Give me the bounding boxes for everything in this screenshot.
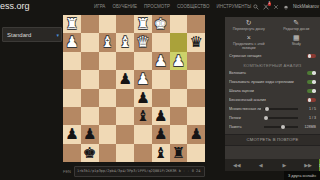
square-c8[interactable]: ♝ xyxy=(152,144,170,162)
square-d2[interactable]: ♛ xyxy=(134,33,152,51)
piece-bP-e4: ♟ xyxy=(116,70,134,88)
infinite-analysis-row: Бесконечный анализ xyxy=(225,96,320,105)
square-a6[interactable] xyxy=(187,107,205,125)
piece-wP-c3: ♟ xyxy=(152,52,170,70)
flip-board-icon: ↻ xyxy=(226,19,272,27)
square-b2[interactable] xyxy=(170,33,188,51)
continue-icon: × xyxy=(226,34,272,42)
first-move-button[interactable]: ◀◀ xyxy=(225,159,249,171)
piece-bB-c8: ♝ xyxy=(152,144,170,162)
square-f8[interactable] xyxy=(99,144,117,162)
menu-item-learn[interactable]: ОБУЧЕНИЕ xyxy=(112,4,137,9)
enable-analysis-row: Включить xyxy=(225,69,320,78)
piece-wR-h1: ♜ xyxy=(63,15,81,33)
flip-board-button[interactable]: ↻ Перевернуть доску xyxy=(225,17,273,32)
square-a1[interactable] xyxy=(187,15,205,33)
piece-bP-c6: ♟ xyxy=(152,107,170,125)
multiple-lines-row: Множественные линии 1 / 5 xyxy=(225,105,320,114)
square-e3[interactable] xyxy=(116,52,134,70)
square-b4[interactable] xyxy=(170,70,188,88)
square-c2[interactable] xyxy=(152,33,170,51)
square-a4[interactable] xyxy=(187,70,205,88)
square-d3[interactable] xyxy=(134,52,152,70)
best-move-arrows-toggle[interactable] xyxy=(307,80,316,85)
square-c1[interactable]: ♚ xyxy=(152,15,170,33)
piece-bP-a7: ♟ xyxy=(187,125,205,143)
bell-icon[interactable] xyxy=(283,4,289,10)
piece-wB-e2: ♝ xyxy=(116,33,134,51)
study-icon: ▦ xyxy=(274,34,320,42)
square-f5[interactable] xyxy=(99,89,117,107)
square-h8[interactable] xyxy=(63,144,81,162)
square-d1[interactable]: ♜ xyxy=(134,15,152,33)
square-f3[interactable] xyxy=(99,52,117,70)
square-e8[interactable] xyxy=(116,144,134,162)
piece-wP-b3: ♟ xyxy=(170,52,188,70)
computer-analysis-header: КОМПЬЮТЕРНЫЙ АНАЛИЗ xyxy=(225,63,320,68)
square-f7[interactable] xyxy=(99,125,117,143)
threads-slider[interactable] xyxy=(264,117,298,119)
square-g6[interactable] xyxy=(81,107,99,125)
study-button[interactable]: ▦ Study xyxy=(273,32,320,51)
square-b6[interactable] xyxy=(170,107,188,125)
square-e6[interactable] xyxy=(116,107,134,125)
square-c7[interactable]: ♟ xyxy=(152,125,170,143)
square-h7[interactable]: ♟ xyxy=(63,125,81,143)
piece-bP-h7: ♟ xyxy=(63,125,81,143)
board-editor-button[interactable]: ✎ Редактор доски xyxy=(273,17,320,32)
piece-wK-c1: ♚ xyxy=(152,15,170,33)
square-g5[interactable] xyxy=(81,89,99,107)
square-h5[interactable] xyxy=(63,89,81,107)
piece-wB-f2: ♝ xyxy=(99,33,117,51)
best-move-arrows-row: Показывать лучшие ходы стрелками xyxy=(225,78,320,87)
menu-item-community[interactable]: СООБЩЕСТВО xyxy=(177,4,210,9)
square-c3[interactable]: ♟ xyxy=(152,52,170,70)
square-g3[interactable] xyxy=(81,52,99,70)
eval-gauge-toggle[interactable] xyxy=(307,89,316,94)
square-d7[interactable] xyxy=(134,125,152,143)
panel-button-row-1: ↻ Перевернуть доску ✎ Редактор доски xyxy=(225,17,320,32)
username[interactable]: NickMakarov xyxy=(293,4,319,9)
square-h4[interactable] xyxy=(63,70,81,88)
square-a5[interactable] xyxy=(187,89,205,107)
square-c6[interactable]: ♟ xyxy=(152,107,170,125)
playback-bar: ◀◀ ◀ ▶ ▶▶ ≡ xyxy=(225,159,320,171)
memory-slider[interactable] xyxy=(264,126,298,128)
square-h3[interactable] xyxy=(63,52,81,70)
board-editor-icon: ✎ xyxy=(274,19,320,27)
last-move-button[interactable]: ▶▶ xyxy=(296,159,320,171)
square-g2[interactable] xyxy=(81,33,99,51)
next-move-button[interactable]: ▶ xyxy=(273,159,297,171)
fen-input[interactable]: 1rb3k1/p1p3pp/2pb4/3p4/3Pp3/1PP5/q2QBB1P… xyxy=(74,166,205,177)
top-navbar: ess.org ИГРА ОБУЧЕНИЕ ПРОСМОТР СООБЩЕСТВ… xyxy=(0,0,320,13)
piece-wQ-d2: ♛ xyxy=(134,33,152,51)
square-a8[interactable] xyxy=(187,144,205,162)
piece-bP-c7: ♟ xyxy=(152,125,170,143)
square-d5[interactable]: ♟ xyxy=(134,89,152,107)
variant-select[interactable]: Standard ▾ xyxy=(2,27,62,42)
square-e5[interactable] xyxy=(116,89,134,107)
square-a3[interactable] xyxy=(187,52,205,70)
piece-wR-d1: ♜ xyxy=(134,15,152,33)
analysis-tools-panel: ↻ Перевернуть доску ✎ Редактор доски × П… xyxy=(225,17,320,159)
square-b5[interactable] xyxy=(170,89,188,107)
variant-label: Standard xyxy=(7,32,56,38)
continue-from-here-button[interactable]: × Продолжить с этой позиции xyxy=(225,32,273,51)
square-h1[interactable]: ♜ xyxy=(63,15,81,33)
piece-wP-h2: ♟ xyxy=(63,33,81,51)
inline-notation-toggle[interactable] xyxy=(307,54,316,59)
square-c4[interactable] xyxy=(152,70,170,88)
square-e7[interactable] xyxy=(116,125,134,143)
memory-row: Память 128MB xyxy=(225,123,320,132)
square-g8[interactable]: ♚ xyxy=(81,144,99,162)
square-a7[interactable]: ♟ xyxy=(187,125,205,143)
challenge-badge: 1 xyxy=(268,2,271,6)
chevron-down-icon: ▾ xyxy=(56,32,59,38)
square-e1[interactable] xyxy=(116,15,134,33)
menu-item-watch[interactable]: ПРОСМОТР xyxy=(144,4,170,9)
square-f4[interactable] xyxy=(99,70,117,88)
prev-move-button[interactable]: ◀ xyxy=(249,159,273,171)
fen-bar: FEN 1rb3k1/p1p3pp/2pb4/3p4/3Pp3/1PP5/q2Q… xyxy=(63,165,205,177)
main-menu: ИГРА ОБУЧЕНИЕ ПРОСМОТР СООБЩЕСТВО ИНСТРУ… xyxy=(94,0,251,13)
square-e2[interactable]: ♝ xyxy=(116,33,134,51)
square-a2[interactable]: ♛ xyxy=(187,33,205,51)
piece-bQ-a2: ♛ xyxy=(187,33,205,51)
eval-gauge-row: Шкала оценки xyxy=(225,87,320,96)
enable-analysis-toggle[interactable] xyxy=(307,71,316,76)
challenges-icon[interactable]: 1 xyxy=(263,4,269,10)
square-f1[interactable] xyxy=(99,15,117,33)
square-b8[interactable]: ♜ xyxy=(170,144,188,162)
menu-item-tools[interactable]: ИНСТРУМЕНТЫ xyxy=(216,4,251,9)
fen-label: FEN xyxy=(63,169,71,174)
square-g1[interactable] xyxy=(81,15,99,33)
square-d6[interactable]: ♝ xyxy=(134,107,152,125)
square-c5[interactable] xyxy=(152,89,170,107)
piece-bR-b8: ♜ xyxy=(170,144,188,162)
threads-row: Потоки 1 / 3 xyxy=(225,114,320,123)
piece-wP-d4: ♟ xyxy=(134,70,152,88)
square-g7[interactable]: ♟ xyxy=(81,125,99,143)
piece-bP-d5: ♟ xyxy=(134,89,152,107)
search-icon[interactable] xyxy=(253,4,259,10)
square-e4[interactable]: ♟ xyxy=(116,70,134,88)
multiple-lines-slider[interactable] xyxy=(264,108,298,110)
square-h6[interactable] xyxy=(63,107,81,125)
navbar-right: 1 NickMakarov xyxy=(253,0,319,13)
inline-notation-row: Строчная нотация xyxy=(225,52,320,61)
square-h2[interactable]: ♟ xyxy=(63,33,81,51)
square-g4[interactable] xyxy=(81,70,99,88)
piece-bB-d6: ♝ xyxy=(134,107,152,125)
menu-item-play[interactable]: ИГРА xyxy=(94,4,105,9)
square-f6[interactable] xyxy=(99,107,117,125)
square-b7[interactable] xyxy=(170,125,188,143)
replay-mode-button[interactable]: СМОТРЕТЬ В ПОВТОРЕ xyxy=(225,134,320,146)
close-icon[interactable] xyxy=(273,4,279,10)
piece-bP-g7: ♟ xyxy=(81,125,99,143)
square-d8[interactable] xyxy=(134,144,152,162)
square-f2[interactable]: ♝ xyxy=(99,33,117,51)
friends-online-status: 3 друга онлайн xyxy=(284,171,320,180)
chess-board: ♜♜♚♟♝♝♛♛♟♟♟♟♟♝♟♟♟♟♟♚♝♜ xyxy=(63,15,205,162)
square-b3[interactable]: ♟ xyxy=(170,52,188,70)
panel-button-row-2: × Продолжить с этой позиции ▦ Study xyxy=(225,32,320,51)
site-logo[interactable]: ess.org xyxy=(0,0,30,13)
piece-bK-g8: ♚ xyxy=(81,144,99,162)
square-b1[interactable] xyxy=(170,15,188,33)
square-d4[interactable]: ♟ xyxy=(134,70,152,88)
infinite-analysis-toggle[interactable] xyxy=(307,98,316,103)
